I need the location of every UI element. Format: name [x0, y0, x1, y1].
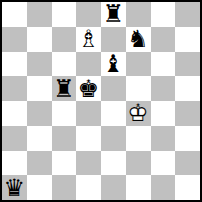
square-h5[interactable]: [175, 76, 200, 101]
square-c8[interactable]: [52, 2, 77, 27]
square-f3[interactable]: [126, 126, 151, 151]
black-queen[interactable]: ♛: [4, 176, 26, 200]
square-e7[interactable]: [101, 27, 126, 52]
square-d1[interactable]: [76, 175, 101, 200]
square-b4[interactable]: [27, 101, 52, 126]
square-f2[interactable]: [126, 151, 151, 176]
square-c3[interactable]: [52, 126, 77, 151]
square-h7[interactable]: [175, 27, 200, 52]
square-c1[interactable]: [52, 175, 77, 200]
square-h2[interactable]: [175, 151, 200, 176]
square-g5[interactable]: [151, 76, 176, 101]
white-bishop[interactable]: ♝♗: [78, 27, 100, 51]
square-c2[interactable]: [52, 151, 77, 176]
square-e3[interactable]: [101, 126, 126, 151]
square-g1[interactable]: [151, 175, 176, 200]
square-h6[interactable]: [175, 52, 200, 77]
square-f8[interactable]: [126, 2, 151, 27]
square-b2[interactable]: [27, 151, 52, 176]
square-d3[interactable]: [76, 126, 101, 151]
square-h8[interactable]: [175, 2, 200, 27]
square-f7[interactable]: ♞: [126, 27, 151, 52]
square-a7[interactable]: [2, 27, 27, 52]
black-bishop[interactable]: ♝: [103, 52, 125, 76]
square-g7[interactable]: [151, 27, 176, 52]
square-e8[interactable]: ♜: [101, 2, 126, 27]
square-d4[interactable]: [76, 101, 101, 126]
square-c6[interactable]: [52, 52, 77, 77]
chess-board: ♜♝♗♞♝♜♚♚♔♛: [0, 0, 202, 202]
square-e6[interactable]: ♝: [101, 52, 126, 77]
square-h1[interactable]: [175, 175, 200, 200]
square-a5[interactable]: [2, 76, 27, 101]
square-b5[interactable]: [27, 76, 52, 101]
square-a3[interactable]: [2, 126, 27, 151]
square-d6[interactable]: [76, 52, 101, 77]
square-a2[interactable]: [2, 151, 27, 176]
square-b1[interactable]: [27, 175, 52, 200]
white-king[interactable]: ♚♔: [127, 101, 149, 125]
square-g8[interactable]: [151, 2, 176, 27]
square-e5[interactable]: [101, 76, 126, 101]
square-h3[interactable]: [175, 126, 200, 151]
square-h4[interactable]: [175, 101, 200, 126]
square-b3[interactable]: [27, 126, 52, 151]
square-g3[interactable]: [151, 126, 176, 151]
black-knight[interactable]: ♞: [127, 27, 149, 51]
square-b6[interactable]: [27, 52, 52, 77]
square-e1[interactable]: [101, 175, 126, 200]
square-a6[interactable]: [2, 52, 27, 77]
square-f1[interactable]: [126, 175, 151, 200]
square-c5[interactable]: ♜: [52, 76, 77, 101]
square-b8[interactable]: [27, 2, 52, 27]
square-a4[interactable]: [2, 101, 27, 126]
square-f6[interactable]: [126, 52, 151, 77]
square-e4[interactable]: [101, 101, 126, 126]
square-f5[interactable]: [126, 76, 151, 101]
square-c7[interactable]: [52, 27, 77, 52]
square-b7[interactable]: [27, 27, 52, 52]
board-grid: ♜♝♗♞♝♜♚♚♔♛: [2, 2, 200, 200]
black-rook[interactable]: ♜: [103, 2, 125, 26]
square-g2[interactable]: [151, 151, 176, 176]
square-d5[interactable]: ♚: [76, 76, 101, 101]
square-e2[interactable]: [101, 151, 126, 176]
square-a1[interactable]: ♛: [2, 175, 27, 200]
square-a8[interactable]: [2, 2, 27, 27]
square-d2[interactable]: [76, 151, 101, 176]
square-d8[interactable]: [76, 2, 101, 27]
black-king[interactable]: ♚: [78, 77, 100, 101]
square-f4[interactable]: ♚♔: [126, 101, 151, 126]
square-c4[interactable]: [52, 101, 77, 126]
black-rook[interactable]: ♜: [53, 77, 75, 101]
square-g6[interactable]: [151, 52, 176, 77]
square-g4[interactable]: [151, 101, 176, 126]
square-d7[interactable]: ♝♗: [76, 27, 101, 52]
